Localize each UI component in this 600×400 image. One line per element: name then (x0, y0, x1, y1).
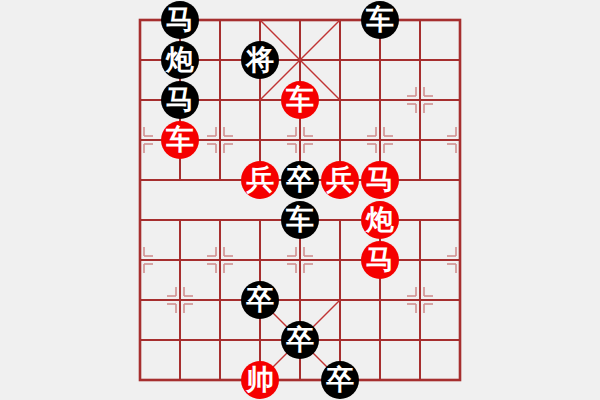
piece-black-soldier[interactable]: 卒 (321, 361, 359, 399)
piece-black-cannon[interactable]: 炮 (161, 41, 199, 79)
piece-red-horse[interactable]: 马 (361, 161, 399, 199)
piece-black-soldier[interactable]: 卒 (281, 161, 319, 199)
piece-black-chariot[interactable]: 车 (281, 201, 319, 239)
piece-red-chariot[interactable]: 车 (281, 81, 319, 119)
piece-red-soldier[interactable]: 兵 (241, 161, 279, 199)
piece-black-general[interactable]: 将 (241, 41, 279, 79)
piece-red-chariot[interactable]: 车 (161, 121, 199, 159)
board[interactable]: 马车炮将马车车兵卒兵马车炮马卒卒帅卒 (120, 0, 480, 400)
piece-black-soldier[interactable]: 卒 (281, 321, 319, 359)
piece-red-horse[interactable]: 马 (361, 241, 399, 279)
piece-red-soldier[interactable]: 兵 (321, 161, 359, 199)
piece-black-chariot[interactable]: 车 (361, 1, 399, 39)
piece-black-horse[interactable]: 马 (161, 81, 199, 119)
piece-red-general[interactable]: 帅 (241, 361, 279, 399)
piece-black-soldier[interactable]: 卒 (241, 281, 279, 319)
piece-red-cannon[interactable]: 炮 (361, 201, 399, 239)
xiangqi-screen: 马车炮将马车车兵卒兵马车炮马卒卒帅卒 (0, 0, 600, 400)
piece-black-horse[interactable]: 马 (161, 1, 199, 39)
